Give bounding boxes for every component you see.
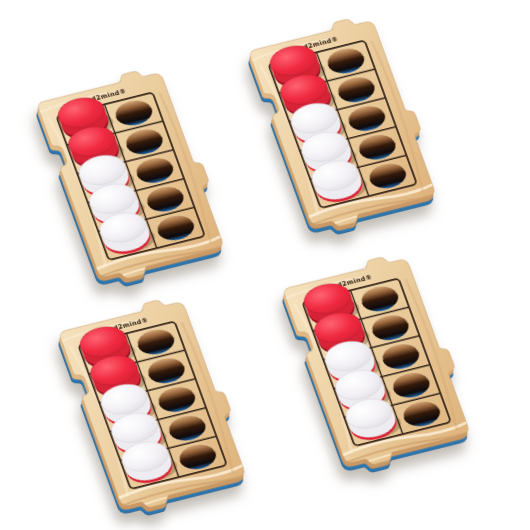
product-photo: hand2mind® <box>0 0 530 530</box>
board-svg: hand2mind® <box>231 6 458 250</box>
ten-frame-board-bottom-right: hand2mind® <box>265 244 492 488</box>
ten-frame-board-top-left: hand2mind® <box>19 58 246 302</box>
board-svg: hand2mind® <box>41 287 268 530</box>
ten-frame-board-bottom-left: hand2mind® <box>41 287 268 530</box>
board-svg: hand2mind® <box>19 58 246 302</box>
ten-frame-board-top-right: hand2mind® <box>231 6 458 250</box>
board-svg: hand2mind® <box>265 244 492 488</box>
